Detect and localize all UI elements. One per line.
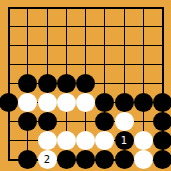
black-stone (153, 112, 171, 131)
white-stone (115, 112, 134, 131)
white-stone (76, 93, 95, 112)
screenshot-root: 12 (0, 0, 171, 171)
black-stone (95, 112, 114, 131)
black-stone (76, 150, 95, 169)
white-stone (18, 93, 37, 112)
black-stone (115, 150, 134, 169)
black-stone (76, 74, 95, 93)
black-stone (134, 93, 153, 112)
black-stone (115, 93, 134, 112)
black-stone (153, 93, 171, 112)
white-stone (134, 150, 153, 169)
black-stone (95, 150, 114, 169)
move-number-label: 2 (44, 150, 50, 169)
black-stone (95, 93, 114, 112)
white-stone (57, 131, 76, 150)
black-stone (153, 150, 171, 169)
move-number-label: 1 (121, 131, 127, 150)
white-stone (76, 131, 95, 150)
white-stone (38, 93, 57, 112)
black-stone (153, 131, 171, 150)
white-stone (57, 93, 76, 112)
black-stone (57, 150, 76, 169)
black-stone (18, 150, 37, 169)
white-stone: 2 (38, 150, 57, 169)
black-stone (38, 112, 57, 131)
go-board: 12 (0, 0, 171, 171)
black-stone (38, 74, 57, 93)
black-stone (0, 93, 18, 112)
black-stone (57, 74, 76, 93)
black-stone: 1 (115, 131, 134, 150)
white-stone (38, 131, 57, 150)
black-stone (18, 112, 37, 131)
white-stone (95, 131, 114, 150)
white-stone (134, 131, 153, 150)
black-stone (18, 74, 37, 93)
